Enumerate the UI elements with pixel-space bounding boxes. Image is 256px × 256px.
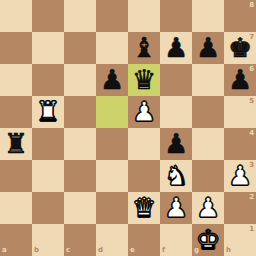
square-e5[interactable]: ♟ <box>128 96 160 128</box>
white-queen[interactable]: ♛ <box>132 192 156 224</box>
square-g4[interactable] <box>192 128 224 160</box>
square-g1[interactable]: ♚g <box>192 224 224 256</box>
square-b2[interactable] <box>32 192 64 224</box>
square-b8[interactable] <box>32 0 64 32</box>
file-label-b: b <box>34 247 39 254</box>
square-e4[interactable] <box>128 128 160 160</box>
black-pawn[interactable]: ♟ <box>196 32 220 64</box>
square-c7[interactable] <box>64 32 96 64</box>
square-g3[interactable] <box>192 160 224 192</box>
rank-label-1: 1 <box>249 226 254 233</box>
white-pawn[interactable]: ♟ <box>132 96 156 128</box>
rank-label-8: 8 <box>249 2 254 9</box>
square-h5[interactable]: 5 <box>224 96 256 128</box>
square-c8[interactable] <box>64 0 96 32</box>
white-knight[interactable]: ♞ <box>164 160 188 192</box>
file-label-a: a <box>2 247 7 254</box>
square-b6[interactable] <box>32 64 64 96</box>
square-b3[interactable] <box>32 160 64 192</box>
square-a3[interactable] <box>0 160 32 192</box>
square-f5[interactable] <box>160 96 192 128</box>
square-d2[interactable] <box>96 192 128 224</box>
black-pawn[interactable]: ♟ <box>164 32 188 64</box>
square-g6[interactable] <box>192 64 224 96</box>
file-label-h: h <box>226 247 231 254</box>
square-f1[interactable]: f <box>160 224 192 256</box>
square-f2[interactable]: ♟ <box>160 192 192 224</box>
white-pawn[interactable]: ♟ <box>196 192 220 224</box>
white-rook[interactable]: ♜ <box>36 96 60 128</box>
black-pawn[interactable]: ♟ <box>164 128 188 160</box>
black-pawn[interactable]: ♟ <box>228 64 252 96</box>
square-a4[interactable]: ♜ <box>0 128 32 160</box>
rank-label-4: 4 <box>249 130 254 137</box>
square-h7[interactable]: ♚7 <box>224 32 256 64</box>
square-d3[interactable] <box>96 160 128 192</box>
square-c3[interactable] <box>64 160 96 192</box>
file-label-c: c <box>66 247 70 254</box>
square-d7[interactable] <box>96 32 128 64</box>
rank-label-2: 2 <box>249 194 254 201</box>
square-a2[interactable] <box>0 192 32 224</box>
square-f4[interactable]: ♟ <box>160 128 192 160</box>
black-pawn[interactable]: ♟ <box>100 64 124 96</box>
square-a7[interactable] <box>0 32 32 64</box>
square-d1[interactable]: d <box>96 224 128 256</box>
file-label-e: e <box>130 247 135 254</box>
square-e2[interactable]: ♛ <box>128 192 160 224</box>
square-h8[interactable]: 8 <box>224 0 256 32</box>
square-h6[interactable]: ♟6 <box>224 64 256 96</box>
black-queen[interactable]: ♛ <box>132 64 156 96</box>
white-king[interactable]: ♚ <box>196 224 220 256</box>
square-a6[interactable] <box>0 64 32 96</box>
square-h4[interactable]: 4 <box>224 128 256 160</box>
chess-board: 8♝♟♟♚7♟♛♟6♜♟5♜♟4♞♟3♛♟♟2abcdef♚gh1 <box>0 0 256 256</box>
square-d5[interactable] <box>96 96 128 128</box>
square-c5[interactable] <box>64 96 96 128</box>
square-h2[interactable]: 2 <box>224 192 256 224</box>
black-rook[interactable]: ♜ <box>4 128 28 160</box>
square-e6[interactable]: ♛ <box>128 64 160 96</box>
square-b1[interactable]: b <box>32 224 64 256</box>
square-f7[interactable]: ♟ <box>160 32 192 64</box>
black-king[interactable]: ♚ <box>228 32 252 64</box>
square-d8[interactable] <box>96 0 128 32</box>
square-b4[interactable] <box>32 128 64 160</box>
square-h1[interactable]: h1 <box>224 224 256 256</box>
square-c4[interactable] <box>64 128 96 160</box>
square-c1[interactable]: c <box>64 224 96 256</box>
square-e3[interactable] <box>128 160 160 192</box>
file-label-f: f <box>162 247 165 254</box>
square-f8[interactable] <box>160 0 192 32</box>
square-f6[interactable] <box>160 64 192 96</box>
square-g5[interactable] <box>192 96 224 128</box>
white-pawn[interactable]: ♟ <box>164 192 188 224</box>
square-e8[interactable] <box>128 0 160 32</box>
square-c2[interactable] <box>64 192 96 224</box>
square-a5[interactable] <box>0 96 32 128</box>
square-a8[interactable] <box>0 0 32 32</box>
square-f3[interactable]: ♞ <box>160 160 192 192</box>
square-h3[interactable]: ♟3 <box>224 160 256 192</box>
black-bishop[interactable]: ♝ <box>132 32 156 64</box>
rank-label-5: 5 <box>249 98 254 105</box>
square-g8[interactable] <box>192 0 224 32</box>
square-e7[interactable]: ♝ <box>128 32 160 64</box>
square-d4[interactable] <box>96 128 128 160</box>
square-b5[interactable]: ♜ <box>32 96 64 128</box>
square-a1[interactable]: a <box>0 224 32 256</box>
square-b7[interactable] <box>32 32 64 64</box>
file-label-d: d <box>98 247 103 254</box>
square-d6[interactable]: ♟ <box>96 64 128 96</box>
square-g2[interactable]: ♟ <box>192 192 224 224</box>
square-c6[interactable] <box>64 64 96 96</box>
square-g7[interactable]: ♟ <box>192 32 224 64</box>
white-pawn[interactable]: ♟ <box>228 160 252 192</box>
square-e1[interactable]: e <box>128 224 160 256</box>
